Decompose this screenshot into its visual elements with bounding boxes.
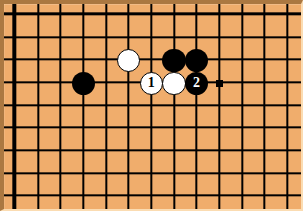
go-board-diagram: 12 <box>0 0 303 211</box>
stones-grid: 12 <box>4 4 299 208</box>
move-2-black-stone-j16: 2 <box>185 72 209 96</box>
black-stone-j17 <box>185 49 209 73</box>
move-1-white-stone-g16: 1 <box>140 72 164 96</box>
black-stone-h17 <box>162 49 186 73</box>
white-stone-h16 <box>162 72 186 96</box>
black-stone-d16 <box>72 72 96 96</box>
hoshi-marker-k16 <box>216 80 223 87</box>
white-stone-f17 <box>117 49 141 73</box>
